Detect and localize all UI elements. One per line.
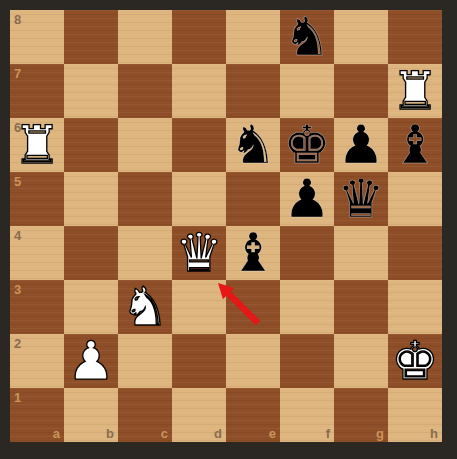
square-h7[interactable]: ♜ [388, 64, 442, 118]
square-c8[interactable] [118, 10, 172, 64]
square-e8[interactable] [226, 10, 280, 64]
square-f2[interactable] [280, 334, 334, 388]
black-bishop-h6[interactable]: ♝ [388, 118, 442, 172]
file-label-d: d [214, 426, 222, 441]
square-e2[interactable] [226, 334, 280, 388]
rank-label-4: 4 [14, 228, 21, 243]
square-c6[interactable] [118, 118, 172, 172]
file-label-g: g [376, 426, 384, 441]
square-e4[interactable]: ♝ [226, 226, 280, 280]
board-frame: 8♞7♜6♜♞♚♟♝5♟♛4♛♝3♞2♟♚1abcdefgh [0, 0, 457, 459]
file-label-c: c [161, 426, 168, 441]
square-a7[interactable]: 7 [10, 64, 64, 118]
square-f3[interactable] [280, 280, 334, 334]
square-h4[interactable] [388, 226, 442, 280]
black-pawn-g6[interactable]: ♟ [334, 118, 388, 172]
rank-label-7: 7 [14, 66, 21, 81]
square-a8[interactable]: 8 [10, 10, 64, 64]
square-g2[interactable] [334, 334, 388, 388]
square-d4[interactable]: ♛ [172, 226, 226, 280]
rank-label-2: 2 [14, 336, 21, 351]
square-a4[interactable]: 4 [10, 226, 64, 280]
square-b5[interactable] [64, 172, 118, 226]
square-d5[interactable] [172, 172, 226, 226]
square-b8[interactable] [64, 10, 118, 64]
square-f8[interactable]: ♞ [280, 10, 334, 64]
square-h8[interactable] [388, 10, 442, 64]
square-d7[interactable] [172, 64, 226, 118]
square-d2[interactable] [172, 334, 226, 388]
square-b4[interactable] [64, 226, 118, 280]
black-pawn-f5[interactable]: ♟ [280, 172, 334, 226]
black-knight-e6[interactable]: ♞ [226, 118, 280, 172]
square-c1[interactable]: c [118, 388, 172, 442]
white-pawn-b2[interactable]: ♟ [64, 334, 118, 388]
white-rook-a6[interactable]: ♜ [10, 118, 64, 172]
chess-board: 8♞7♜6♜♞♚♟♝5♟♛4♛♝3♞2♟♚1abcdefgh [10, 10, 442, 442]
square-b1[interactable]: b [64, 388, 118, 442]
square-e3[interactable] [226, 280, 280, 334]
black-king-f6[interactable]: ♚ [280, 118, 334, 172]
square-c3[interactable]: ♞ [118, 280, 172, 334]
square-a1[interactable]: 1a [10, 388, 64, 442]
square-a6[interactable]: 6♜ [10, 118, 64, 172]
square-e7[interactable] [226, 64, 280, 118]
square-d8[interactable] [172, 10, 226, 64]
square-h2[interactable]: ♚ [388, 334, 442, 388]
square-d3[interactable] [172, 280, 226, 334]
square-c5[interactable] [118, 172, 172, 226]
square-b7[interactable] [64, 64, 118, 118]
square-d1[interactable]: d [172, 388, 226, 442]
square-c7[interactable] [118, 64, 172, 118]
white-queen-d4[interactable]: ♛ [172, 226, 226, 280]
black-bishop-e4[interactable]: ♝ [226, 226, 280, 280]
square-c4[interactable] [118, 226, 172, 280]
rank-label-1: 1 [14, 390, 21, 405]
square-h1[interactable]: h [388, 388, 442, 442]
rank-label-8: 8 [14, 12, 21, 27]
square-f1[interactable]: f [280, 388, 334, 442]
black-knight-f8[interactable]: ♞ [280, 10, 334, 64]
square-g4[interactable] [334, 226, 388, 280]
file-label-e: e [269, 426, 276, 441]
square-h6[interactable]: ♝ [388, 118, 442, 172]
file-label-a: a [53, 426, 60, 441]
square-g6[interactable]: ♟ [334, 118, 388, 172]
square-f7[interactable] [280, 64, 334, 118]
square-a2[interactable]: 2 [10, 334, 64, 388]
rank-label-3: 3 [14, 282, 21, 297]
square-b6[interactable] [64, 118, 118, 172]
square-e6[interactable]: ♞ [226, 118, 280, 172]
square-a3[interactable]: 3 [10, 280, 64, 334]
white-rook-h7[interactable]: ♜ [388, 64, 442, 118]
square-h5[interactable] [388, 172, 442, 226]
square-e5[interactable] [226, 172, 280, 226]
rank-label-5: 5 [14, 174, 21, 189]
square-g3[interactable] [334, 280, 388, 334]
square-f6[interactable]: ♚ [280, 118, 334, 172]
file-label-h: h [430, 426, 438, 441]
square-f5[interactable]: ♟ [280, 172, 334, 226]
file-label-b: b [106, 426, 114, 441]
square-c2[interactable] [118, 334, 172, 388]
square-h3[interactable] [388, 280, 442, 334]
square-g1[interactable]: g [334, 388, 388, 442]
square-g7[interactable] [334, 64, 388, 118]
black-queen-g5[interactable]: ♛ [334, 172, 388, 226]
square-g8[interactable] [334, 10, 388, 64]
square-b2[interactable]: ♟ [64, 334, 118, 388]
square-e1[interactable]: e [226, 388, 280, 442]
square-d6[interactable] [172, 118, 226, 172]
file-label-f: f [326, 426, 330, 441]
white-king-h2[interactable]: ♚ [388, 334, 442, 388]
square-f4[interactable] [280, 226, 334, 280]
square-g5[interactable]: ♛ [334, 172, 388, 226]
square-a5[interactable]: 5 [10, 172, 64, 226]
white-knight-c3[interactable]: ♞ [118, 280, 172, 334]
square-b3[interactable] [64, 280, 118, 334]
